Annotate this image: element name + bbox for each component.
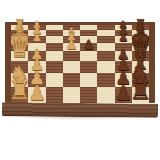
- square-e2[interactable]: [80, 73, 97, 87]
- square-f3[interactable]: [97, 61, 114, 73]
- square-f5[interactable]: [97, 43, 114, 51]
- square-f1[interactable]: [97, 87, 114, 103]
- square-d4[interactable]: [63, 51, 80, 61]
- piece-white-queen-d1[interactable]: ♛: [9, 37, 31, 61]
- piece-white-pawn-f2[interactable]: ♟: [32, 32, 42, 43]
- square-f4[interactable]: [97, 51, 114, 61]
- piece-black-rook-a8[interactable]: ♜: [129, 77, 152, 103]
- square-c3[interactable]: [46, 61, 63, 73]
- piece-white-pawn-e4[interactable]: ♟: [66, 38, 78, 51]
- piece-black-pawn-f7[interactable]: ♟: [118, 32, 128, 43]
- square-c6[interactable]: [46, 36, 63, 43]
- piece-white-pawn-a2[interactable]: ♟: [28, 83, 46, 103]
- square-c5[interactable]: [46, 43, 63, 51]
- square-e1[interactable]: [80, 87, 97, 103]
- piece-black-pawn-e5[interactable]: ♟: [83, 38, 95, 51]
- square-c1[interactable]: [46, 87, 63, 103]
- square-e3[interactable]: [80, 61, 97, 73]
- square-d1[interactable]: [63, 87, 80, 103]
- square-d2[interactable]: [63, 73, 80, 87]
- square-c4[interactable]: [46, 51, 63, 61]
- square-e4[interactable]: [80, 51, 97, 61]
- chess-set-photo: ♜♞♛♚♝♞♜♟♟♟♟♟♟♟♟♝♜♞♝♛♚♝♞♜♟♟♟♟♟♟♟♟: [0, 0, 160, 160]
- square-c2[interactable]: [46, 73, 63, 87]
- square-f6[interactable]: [97, 36, 114, 43]
- square-f2[interactable]: [97, 73, 114, 87]
- square-d3[interactable]: [63, 61, 80, 73]
- piece-black-pawn-a7[interactable]: ♟: [114, 83, 132, 103]
- board-shadow: [4, 116, 156, 120]
